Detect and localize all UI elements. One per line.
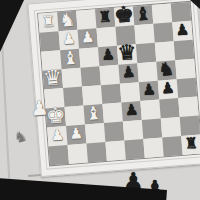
square-d8: ♜ bbox=[95, 8, 115, 28]
square-h4 bbox=[177, 78, 197, 98]
square-g8 bbox=[152, 3, 172, 23]
square-a2: ♟ bbox=[47, 126, 67, 146]
square-a5: ♛ bbox=[43, 69, 63, 89]
square-b1 bbox=[68, 143, 88, 163]
black-pawn-e5: ♟ bbox=[121, 64, 136, 80]
square-h8 bbox=[171, 2, 191, 22]
square-c7: ♟ bbox=[78, 28, 98, 48]
chess-board: ♜♞♜♚♝♟♟♟♝♟♛♛♟♞♟♟♚♝♟♟♟♜ ♟ bbox=[27, 0, 200, 177]
square-c4 bbox=[82, 85, 102, 105]
square-h2 bbox=[180, 116, 200, 136]
square-g2 bbox=[161, 117, 181, 137]
square-b4 bbox=[63, 87, 83, 107]
square-d6: ♟ bbox=[98, 46, 118, 66]
black-rook-h1: ♜ bbox=[184, 136, 199, 152]
square-h7: ♟ bbox=[172, 21, 192, 41]
chess-photo-scene: ♜♞♜♚♝♟♟♟♝♟♛♛♟♞♟♟♚♝♟♟♟♜ ♟ ♞ ♟ ♟ bbox=[0, 0, 200, 200]
table-corner-top-left bbox=[0, 0, 24, 52]
white-piece-on-border: ♟ bbox=[30, 97, 49, 118]
square-h3 bbox=[178, 97, 198, 117]
square-d7 bbox=[96, 27, 116, 47]
square-f6 bbox=[136, 43, 156, 63]
black-bishop-f8: ♝ bbox=[134, 4, 152, 23]
black-pawn-g4: ♟ bbox=[161, 80, 176, 96]
square-e4 bbox=[120, 82, 140, 102]
square-d3 bbox=[102, 103, 122, 123]
square-a6 bbox=[41, 50, 61, 70]
square-b5 bbox=[62, 68, 82, 88]
board-maker-stamp-icon: ♞ bbox=[12, 129, 29, 147]
square-d5 bbox=[99, 65, 119, 85]
square-b3 bbox=[65, 106, 85, 126]
black-knight-g5: ♞ bbox=[158, 59, 176, 78]
square-g5: ♞ bbox=[156, 60, 176, 80]
white-knight-b8: ♞ bbox=[58, 10, 76, 29]
square-d2 bbox=[104, 122, 124, 142]
black-pawn-e3: ♟ bbox=[124, 102, 139, 118]
square-b7: ♟ bbox=[59, 30, 79, 50]
square-c2 bbox=[85, 123, 105, 143]
black-rook-d8: ♜ bbox=[98, 9, 113, 25]
square-g1 bbox=[162, 136, 182, 156]
white-queen-a5: ♛ bbox=[42, 67, 62, 89]
white-pawn-a2: ♟ bbox=[50, 127, 65, 143]
square-f7 bbox=[134, 24, 154, 44]
black-king-e8: ♚ bbox=[113, 3, 134, 26]
square-g3 bbox=[159, 98, 179, 118]
black-pawn-f4: ♟ bbox=[142, 82, 157, 98]
white-pawn-c7: ♟ bbox=[80, 29, 95, 45]
square-d1 bbox=[105, 140, 125, 160]
white-bishop-c3: ♝ bbox=[85, 103, 103, 122]
square-c3: ♝ bbox=[83, 104, 103, 124]
white-rook-a8: ♜ bbox=[41, 13, 56, 29]
board-grid: ♜♞♜♚♝♟♟♟♝♟♛♛♟♞♟♟♚♝♟♟♟♜ bbox=[37, 1, 200, 167]
square-f8: ♝ bbox=[133, 5, 153, 25]
square-b6: ♝ bbox=[60, 49, 80, 69]
square-c1 bbox=[86, 142, 106, 162]
square-f5 bbox=[137, 62, 157, 82]
square-f4: ♟ bbox=[139, 81, 159, 101]
square-h1: ♜ bbox=[181, 135, 200, 155]
white-bishop-b6: ♝ bbox=[61, 48, 79, 67]
black-pawn-d6: ♟ bbox=[101, 47, 116, 63]
square-f2 bbox=[142, 119, 162, 139]
square-a1 bbox=[49, 145, 69, 165]
black-queen-e6: ♛ bbox=[117, 42, 137, 64]
square-h5 bbox=[175, 59, 195, 79]
square-e6: ♛ bbox=[117, 44, 137, 64]
square-e2 bbox=[123, 120, 143, 140]
square-h6 bbox=[174, 40, 194, 60]
square-g4: ♟ bbox=[158, 79, 178, 99]
square-c5 bbox=[81, 66, 101, 86]
square-g6 bbox=[155, 41, 175, 61]
square-a8: ♜ bbox=[38, 12, 58, 32]
square-b2: ♟ bbox=[66, 125, 86, 145]
square-e8: ♚ bbox=[114, 6, 134, 26]
square-c6 bbox=[79, 47, 99, 67]
square-e7 bbox=[115, 25, 135, 45]
square-e5: ♟ bbox=[118, 63, 138, 83]
square-d4 bbox=[101, 84, 121, 104]
square-e3: ♟ bbox=[121, 101, 141, 121]
square-c8 bbox=[76, 9, 96, 29]
white-pawn-b2: ♟ bbox=[69, 126, 84, 142]
square-g7 bbox=[153, 22, 173, 42]
black-pawn-h7: ♟ bbox=[175, 22, 190, 38]
square-a7 bbox=[40, 31, 60, 51]
square-f3 bbox=[140, 100, 160, 120]
white-pawn-b7: ♟ bbox=[61, 31, 76, 47]
square-b8: ♞ bbox=[57, 11, 77, 31]
mat-left-edge-line bbox=[1, 46, 11, 190]
square-f1 bbox=[143, 137, 163, 157]
square-e1 bbox=[124, 139, 144, 159]
